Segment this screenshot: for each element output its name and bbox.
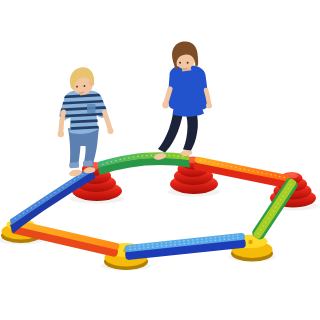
right-child-hand: [162, 102, 169, 109]
scene: [0, 0, 320, 320]
left-child-arm: [61, 112, 64, 132]
right-child-shirt: [168, 66, 209, 117]
left-child-hand: [108, 128, 114, 134]
left-child-jean-cuff: [69, 162, 79, 168]
left-child-jean-cuff: [83, 160, 93, 166]
left-child-pocket: [87, 104, 96, 113]
right-child-hand: [206, 103, 212, 109]
product-photo: [0, 0, 320, 320]
right-child-arm: [206, 90, 209, 103]
left-child-hand: [58, 131, 64, 137]
